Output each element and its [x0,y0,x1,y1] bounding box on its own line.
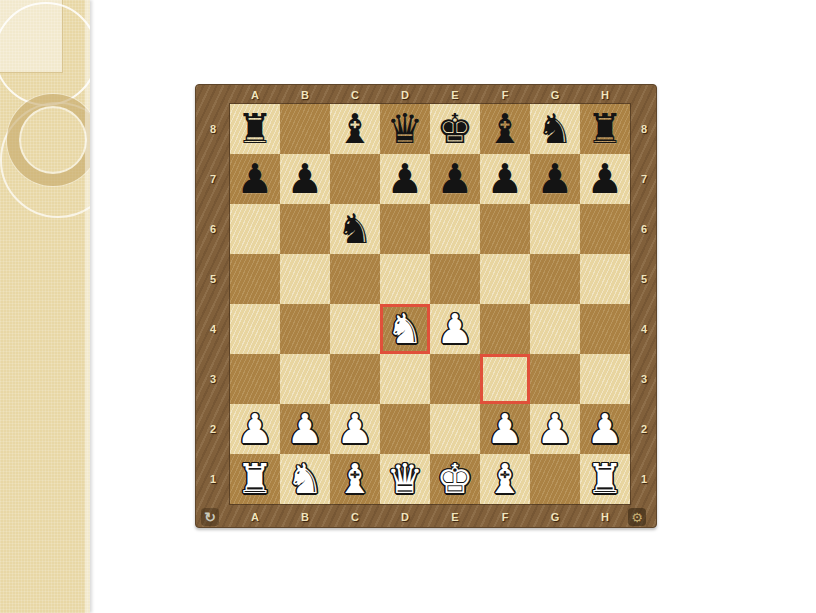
square-g5[interactable] [530,254,580,304]
rank-label: 1 [630,454,658,504]
file-label: B [280,89,330,101]
square-b4[interactable] [280,304,330,354]
flip-board-button[interactable]: ↻ [201,508,219,526]
file-label: C [330,511,380,523]
file-label: E [430,89,480,101]
piece-black-pawn[interactable]: ♟ [387,159,424,200]
piece-black-pawn[interactable]: ♟ [487,159,524,200]
square-h5[interactable] [580,254,630,304]
rank-label: 1 [196,454,230,504]
file-label: C [330,89,380,101]
piece-black-rook[interactable]: ♜ [237,109,274,150]
square-d3[interactable] [380,354,430,404]
square-a6[interactable] [230,204,280,254]
file-label: G [530,511,580,523]
piece-white-queen[interactable]: ♛ [387,459,424,500]
square-e1[interactable]: ♚ [430,454,480,504]
rank-label: 6 [196,204,230,254]
square-g7[interactable]: ♟ [530,154,580,204]
rank-labels-right: 87654321 [630,104,658,504]
square-a8[interactable]: ♜ [230,104,280,154]
square-e6[interactable] [430,204,480,254]
square-h7[interactable]: ♟ [580,154,630,204]
rank-label: 4 [630,304,658,354]
file-label: G [530,89,580,101]
piece-white-pawn[interactable]: ♟ [487,409,524,450]
piece-black-knight[interactable]: ♞ [337,209,374,250]
square-e4[interactable]: ♟ [430,304,480,354]
rank-labels-left: 87654321 [196,104,230,504]
square-g8[interactable]: ♞ [530,104,580,154]
square-c2[interactable]: ♟ [330,404,380,454]
file-label: B [280,511,330,523]
square-a1[interactable]: ♜ [230,454,280,504]
file-label: A [230,511,280,523]
rank-label: 3 [196,354,230,404]
rank-label: 8 [630,104,658,154]
decorative-side-strip [0,0,90,613]
square-e3[interactable] [430,354,480,404]
square-e5[interactable] [430,254,480,304]
file-label: D [380,89,430,101]
square-c3[interactable] [330,354,380,404]
piece-black-pawn[interactable]: ♟ [537,159,574,200]
file-label: H [580,89,630,101]
file-label: D [380,511,430,523]
rank-label: 5 [630,254,658,304]
square-f3[interactable] [480,354,530,404]
square-b5[interactable] [280,254,330,304]
square-d2[interactable] [380,404,430,454]
piece-black-pawn[interactable]: ♟ [287,159,324,200]
file-label: F [480,89,530,101]
settings-button[interactable]: ⚙ [628,508,646,526]
file-label: E [430,511,480,523]
square-d6[interactable] [380,204,430,254]
square-a4[interactable] [230,304,280,354]
file-label: H [580,511,630,523]
piece-white-knight[interactable]: ♞ [287,459,324,500]
file-label: F [480,511,530,523]
piece-white-bishop[interactable]: ♝ [337,459,374,500]
square-c1[interactable]: ♝ [330,454,380,504]
square-h6[interactable] [580,204,630,254]
piece-white-king[interactable]: ♚ [437,459,474,500]
square-d4[interactable]: ♞ [380,304,430,354]
piece-white-pawn[interactable]: ♟ [587,409,624,450]
piece-black-bishop[interactable]: ♝ [337,109,374,150]
square-c7[interactable] [330,154,380,204]
board-grid: ♜♝♛♚♝♞♜♟♟♟♟♟♟♟♞♞♟♟♟♟♟♟♟♜♞♝♛♚♝♜ [230,104,630,504]
square-h2[interactable]: ♟ [580,404,630,454]
file-labels-top: ABCDEFGH [230,85,630,104]
square-h3[interactable] [580,354,630,404]
square-f2[interactable]: ♟ [480,404,530,454]
square-d5[interactable] [380,254,430,304]
piece-black-pawn[interactable]: ♟ [437,159,474,200]
piece-white-knight[interactable]: ♞ [387,309,424,350]
square-c6[interactable]: ♞ [330,204,380,254]
square-g6[interactable] [530,204,580,254]
flip-board-icon: ↻ [204,510,216,524]
file-label: A [230,89,280,101]
square-a2[interactable]: ♟ [230,404,280,454]
rank-label: 3 [630,354,658,404]
rank-label: 2 [630,404,658,454]
file-labels-bottom: ABCDEFGH [230,504,630,529]
piece-white-pawn[interactable]: ♟ [437,309,474,350]
square-b3[interactable] [280,354,330,404]
rank-label: 6 [630,204,658,254]
piece-black-bishop[interactable]: ♝ [487,109,524,150]
square-b7[interactable]: ♟ [280,154,330,204]
piece-white-rook[interactable]: ♜ [237,459,274,500]
square-b8[interactable] [280,104,330,154]
piece-white-pawn[interactable]: ♟ [287,409,324,450]
rank-label: 4 [196,304,230,354]
square-h4[interactable] [580,304,630,354]
square-e7[interactable]: ♟ [430,154,480,204]
square-h1[interactable]: ♜ [580,454,630,504]
square-e2[interactable] [430,404,480,454]
piece-black-knight[interactable]: ♞ [537,109,574,150]
piece-black-pawn[interactable]: ♟ [237,159,274,200]
square-d1[interactable]: ♛ [380,454,430,504]
square-g3[interactable] [530,354,580,404]
piece-black-king[interactable]: ♚ [437,109,474,150]
square-c8[interactable]: ♝ [330,104,380,154]
rank-label: 5 [196,254,230,304]
square-g2[interactable]: ♟ [530,404,580,454]
piece-white-bishop[interactable]: ♝ [487,459,524,500]
square-f5[interactable] [480,254,530,304]
square-d8[interactable]: ♛ [380,104,430,154]
square-b2[interactable]: ♟ [280,404,330,454]
square-c5[interactable] [330,254,380,304]
rank-label: 7 [630,154,658,204]
piece-white-pawn[interactable]: ♟ [237,409,274,450]
decorative-circle-outline-top [0,2,90,106]
square-b6[interactable] [280,204,330,254]
square-f1[interactable]: ♝ [480,454,530,504]
square-e8[interactable]: ♚ [430,104,480,154]
piece-black-pawn[interactable]: ♟ [587,159,624,200]
square-f6[interactable] [480,204,530,254]
square-f4[interactable] [480,304,530,354]
piece-white-pawn[interactable]: ♟ [537,409,574,450]
square-a7[interactable]: ♟ [230,154,280,204]
square-d7[interactable]: ♟ [380,154,430,204]
rank-label: 8 [196,104,230,154]
square-b1[interactable]: ♞ [280,454,330,504]
square-g1[interactable] [530,454,580,504]
rank-label: 7 [196,154,230,204]
rank-label: 2 [196,404,230,454]
piece-white-rook[interactable]: ♜ [587,459,624,500]
decorative-ring [7,94,90,186]
square-f7[interactable]: ♟ [480,154,530,204]
square-h8[interactable]: ♜ [580,104,630,154]
piece-black-rook[interactable]: ♜ [587,109,624,150]
gear-icon: ⚙ [631,511,643,524]
square-c4[interactable] [330,304,380,354]
chess-board: ABCDEFGH ABCDEFGH 87654321 87654321 ♜♝♛♚… [195,84,657,528]
piece-black-queen[interactable]: ♛ [387,109,424,150]
piece-white-pawn[interactable]: ♟ [337,409,374,450]
slide-background: ABCDEFGH ABCDEFGH 87654321 87654321 ♜♝♛♚… [0,0,816,613]
square-a5[interactable] [230,254,280,304]
square-g4[interactable] [530,304,580,354]
square-a3[interactable] [230,354,280,404]
square-f8[interactable]: ♝ [480,104,530,154]
